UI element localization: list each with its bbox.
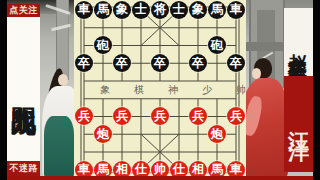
piece-black-advisor[interactable]: 士 [132, 1, 150, 19]
xiangqi-board: 象棋神少帅 車馬象士将士象馬車砲砲卒卒卒卒卒兵兵兵兵兵炮炮車馬相仕帅仕相馬車 [74, 0, 246, 180]
left-figure-face [58, 74, 68, 86]
left-edge-bar [0, 0, 7, 180]
piece-black-horse[interactable]: 馬 [208, 1, 226, 19]
piece-black-elephant[interactable]: 象 [189, 1, 207, 19]
piece-black-soldier[interactable]: 卒 [151, 54, 169, 72]
thumbnail: 象棋神少帅 車馬象士将士象馬車砲砲卒卒卒卒卒兵兵兵兵兵炮炮車馬相仕帅仕相馬車 点… [0, 0, 320, 180]
player-name-top: 赵鑫鑫 [284, 8, 313, 76]
piece-red-soldier[interactable]: 兵 [227, 107, 245, 125]
video-title: 九阳战九阴 [7, 17, 40, 161]
piece-black-cannon[interactable]: 砲 [208, 36, 226, 54]
piece-red-soldier[interactable]: 兵 [189, 107, 207, 125]
piece-black-advisor[interactable]: 士 [170, 1, 188, 19]
piece-black-soldier[interactable]: 卒 [75, 54, 93, 72]
piece-red-cannon[interactable]: 炮 [94, 125, 112, 143]
left-figure-skirt [44, 116, 74, 180]
piece-black-cannon[interactable]: 砲 [94, 36, 112, 54]
piece-black-chariot[interactable]: 車 [75, 1, 93, 19]
bottom-strip [7, 176, 313, 180]
dont-get-lost-badge: 不迷路 [7, 161, 40, 176]
piece-black-soldier[interactable]: 卒 [189, 54, 207, 72]
follow-badge: 点关注 [7, 4, 40, 17]
piece-black-elephant[interactable]: 象 [113, 1, 131, 19]
piece-black-soldier[interactable]: 卒 [227, 54, 245, 72]
piece-grid: 車馬象士将士象馬車砲砲卒卒卒卒卒兵兵兵兵兵炮炮車馬相仕帅仕相馬車 [75, 1, 246, 179]
piece-black-general[interactable]: 将 [151, 1, 169, 19]
piece-red-cannon[interactable]: 炮 [208, 125, 226, 143]
piece-red-soldier[interactable]: 兵 [113, 107, 131, 125]
piece-black-horse[interactable]: 馬 [94, 1, 112, 19]
right-edge-bar [313, 0, 320, 180]
piece-red-soldier[interactable]: 兵 [151, 107, 169, 125]
piece-black-chariot[interactable]: 車 [227, 1, 245, 19]
piece-black-soldier[interactable]: 卒 [113, 54, 131, 72]
piece-red-soldier[interactable]: 兵 [75, 107, 93, 125]
player-name-bottom: 汪洋 [284, 76, 313, 172]
